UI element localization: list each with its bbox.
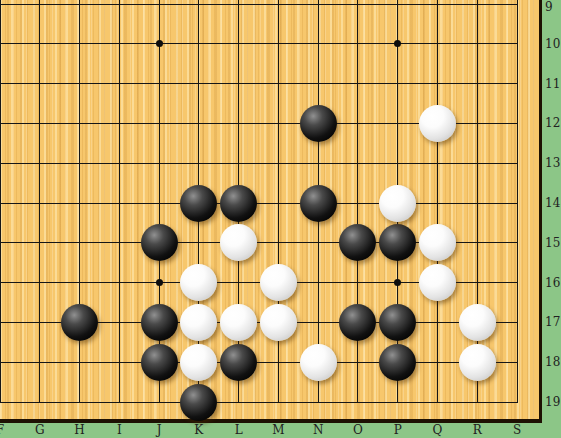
column-label-H: H: [74, 423, 84, 438]
white-stone-M17: [260, 304, 297, 341]
grid-line-row-11: [0, 83, 518, 84]
white-stone-Q16: [419, 264, 456, 301]
black-stone-J17: [141, 304, 178, 341]
go-board-screenshot: FGHIJKLMNOPQRS910111213141516171819: [0, 0, 561, 438]
star-point-J10: [156, 40, 163, 47]
white-stone-K17: [180, 304, 217, 341]
grid-line-col-O: [357, 0, 358, 403]
white-stone-R17: [459, 304, 496, 341]
column-label-J: J: [157, 423, 162, 438]
row-label-15: 15: [545, 236, 560, 249]
black-stone-L14: [220, 185, 257, 222]
white-stone-N18: [300, 344, 337, 381]
column-label-Q: Q: [433, 423, 443, 438]
black-stone-H17: [61, 304, 98, 341]
white-stone-R18: [459, 344, 496, 381]
column-label-F: F: [0, 423, 4, 438]
grid-line-row-14: [0, 203, 518, 204]
row-label-16: 16: [545, 276, 560, 289]
grid-line-row-18: [0, 362, 518, 363]
column-label-M: M: [272, 423, 284, 438]
goban-surface[interactable]: [0, 0, 539, 419]
black-stone-L18: [220, 344, 257, 381]
row-label-10: 10: [545, 37, 560, 50]
column-label-N: N: [313, 423, 324, 438]
star-point-J16: [156, 279, 163, 286]
black-stone-N14: [300, 185, 337, 222]
row-label-9: 9: [545, 1, 553, 14]
grid-line-col-G: [39, 0, 40, 403]
grid-line-col-M: [278, 0, 279, 403]
column-label-O: O: [353, 423, 363, 438]
row-label-12: 12: [545, 117, 560, 130]
white-stone-Q12: [419, 105, 456, 142]
white-stone-P14: [379, 185, 416, 222]
column-label-S: S: [513, 423, 521, 438]
column-label-P: P: [394, 423, 402, 438]
black-stone-P18: [379, 344, 416, 381]
grid-line-row-9: [0, 4, 518, 5]
black-stone-K14: [180, 185, 217, 222]
black-stone-P17: [379, 304, 416, 341]
column-label-K: K: [194, 423, 203, 438]
row-label-11: 11: [545, 77, 560, 90]
white-stone-K18: [180, 344, 217, 381]
column-label-G: G: [35, 423, 45, 438]
grid-line-col-J: [159, 0, 160, 403]
row-label-17: 17: [545, 316, 560, 329]
black-stone-K19: [180, 384, 217, 421]
grid-line-row-10: [0, 43, 518, 44]
grid-line-row-19: [0, 402, 518, 403]
grid-line-col-I: [119, 0, 120, 403]
white-stone-L17: [220, 304, 257, 341]
column-label-R: R: [473, 423, 482, 438]
white-stone-M16: [260, 264, 297, 301]
row-label-14: 14: [545, 197, 560, 210]
row-label-18: 18: [545, 356, 560, 369]
grid-line-col-Q: [437, 0, 438, 403]
grid-line-row-13: [0, 163, 518, 164]
row-coordinate-strip: [542, 0, 561, 438]
black-stone-J15: [141, 224, 178, 261]
white-stone-Q15: [419, 224, 456, 261]
black-stone-N12: [300, 105, 337, 142]
grid-line-col-R: [477, 0, 478, 403]
grid-line-col-F: [0, 0, 1, 403]
row-label-19: 19: [545, 396, 560, 409]
grid-line-col-H: [79, 0, 80, 403]
grid-line-col-S: [517, 0, 518, 403]
column-label-I: I: [117, 423, 122, 438]
row-label-13: 13: [545, 157, 560, 170]
column-label-L: L: [235, 423, 243, 438]
black-stone-J18: [141, 344, 178, 381]
